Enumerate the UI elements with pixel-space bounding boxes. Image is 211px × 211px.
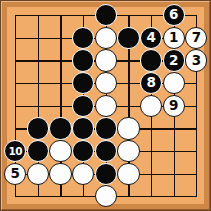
stone-black [95,163,117,185]
stone-black [72,27,94,49]
stone-white [140,95,162,117]
stone-white [95,49,117,71]
move-number: 8 [146,76,155,90]
stone-black [95,140,117,162]
stone-white-move-3: 3 [185,49,207,71]
move-number: 1 [169,31,178,45]
stone-black [49,117,71,139]
stone-black [27,140,49,162]
stone-black [117,27,139,49]
stone-black [72,117,94,139]
stone-black [27,117,49,139]
stone-white-move-9: 9 [163,95,185,117]
move-number: 3 [192,53,201,67]
stones-layer: 64172389105 [1,1,211,211]
stone-black-move-10: 10 [4,140,26,162]
stone-white [95,27,117,49]
stone-white [27,163,49,185]
stone-white [95,72,117,94]
move-number: 4 [146,31,155,45]
move-number: 7 [192,31,201,45]
stone-black-move-4: 4 [140,27,162,49]
stone-black-move-6: 6 [163,4,185,26]
move-number: 10 [8,145,21,156]
stone-white-move-1: 1 [163,27,185,49]
stone-black-move-2: 2 [163,49,185,71]
stone-black [140,49,162,71]
stone-white [117,163,139,185]
stone-white [72,163,94,185]
stone-black-move-8: 8 [140,72,162,94]
stone-black [72,140,94,162]
stone-black [72,95,94,117]
move-number: 5 [10,166,19,180]
move-number: 9 [169,99,178,113]
stone-black [95,117,117,139]
stone-white [95,185,117,207]
move-number: 6 [169,8,178,22]
stone-black [95,4,117,26]
stone-white-move-5: 5 [4,163,26,185]
move-number: 2 [169,53,178,67]
stone-white [117,140,139,162]
stone-white-move-7: 7 [185,27,207,49]
stone-white [49,163,71,185]
stone-black [72,72,94,94]
stone-white [95,95,117,117]
stone-black [72,49,94,71]
stone-white [163,72,185,94]
go-board: 64172389105 [0,0,211,211]
stone-white [49,140,71,162]
stone-white [117,117,139,139]
